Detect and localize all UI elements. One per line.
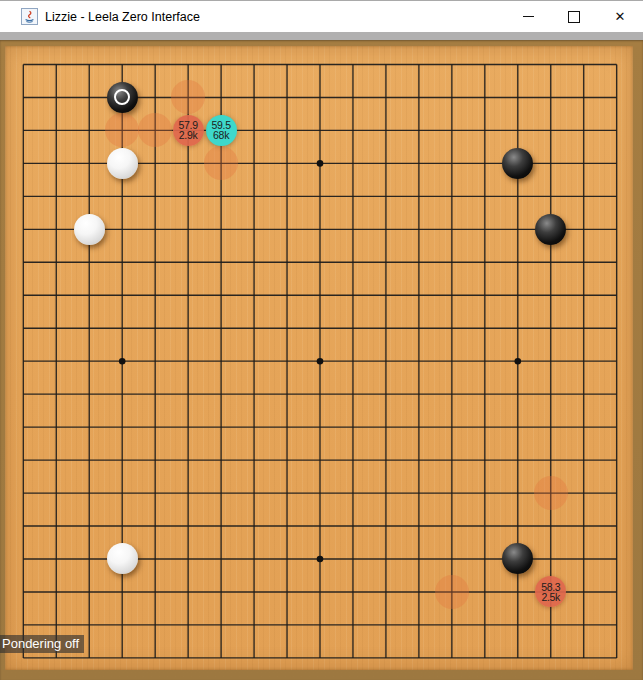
close-button[interactable]: ✕ — [597, 1, 643, 32]
close-icon: ✕ — [615, 9, 626, 24]
stone-white-D4 — [107, 543, 138, 574]
last-move-marker — [114, 89, 130, 105]
minimize-button[interactable] — [505, 1, 551, 32]
stone-white-C14 — [74, 214, 105, 245]
visits-value: 2.5k — [541, 592, 560, 602]
visits-value: 2.9k — [179, 130, 198, 140]
titlebar[interactable]: Lizzie - Leela Zero Interface ✕ — [0, 0, 643, 32]
analysis-move-N3[interactable] — [435, 575, 469, 609]
analysis-move-G17[interactable]: 59.568k — [206, 115, 237, 146]
stone-white-D16 — [107, 148, 138, 179]
maximize-icon — [568, 11, 580, 23]
window-controls: ✕ — [505, 1, 643, 32]
java-app-icon — [21, 8, 38, 25]
visits-value: 68k — [213, 130, 229, 140]
stone-black-D18 — [107, 82, 138, 113]
maximize-button[interactable] — [551, 1, 597, 32]
window-frame-strip — [0, 32, 643, 40]
stone-black-Q16 — [502, 148, 533, 179]
pondering-status: Pondering off — [0, 635, 84, 653]
analysis-move-F17[interactable]: 57.92.9k — [173, 115, 204, 146]
stone-black-R14 — [535, 214, 566, 245]
board-surface — [5, 46, 633, 670]
analysis-move-R6[interactable] — [534, 476, 568, 510]
app-window: Lizzie - Leela Zero Interface ✕ 59.568k5… — [0, 0, 643, 680]
minimize-icon — [523, 16, 534, 17]
go-board[interactable]: 59.568k57.92.9k58.32.5k Pondering off — [0, 40, 643, 680]
window-title: Lizzie - Leela Zero Interface — [45, 10, 200, 24]
